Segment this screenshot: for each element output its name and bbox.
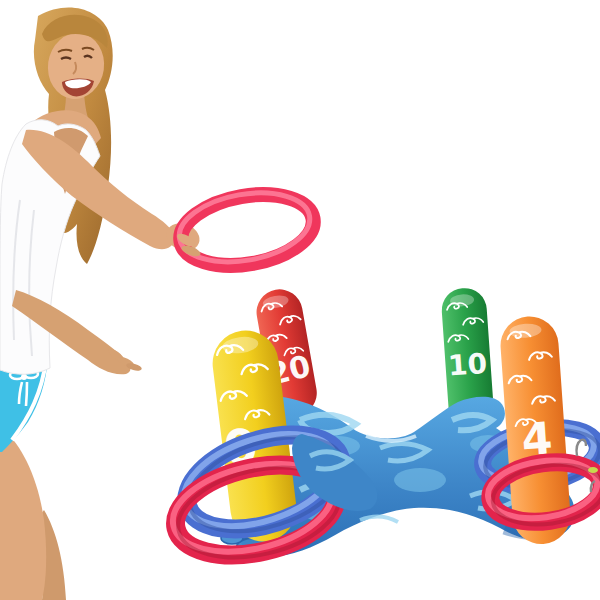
scene-canvas: 20 10 bbox=[0, 0, 600, 600]
post-green-number: 10 bbox=[447, 347, 488, 383]
player-leg-front bbox=[0, 430, 46, 600]
hidden-green-ring-tip bbox=[588, 467, 598, 473]
product-photo-ring-toss: 20 10 bbox=[0, 0, 600, 600]
